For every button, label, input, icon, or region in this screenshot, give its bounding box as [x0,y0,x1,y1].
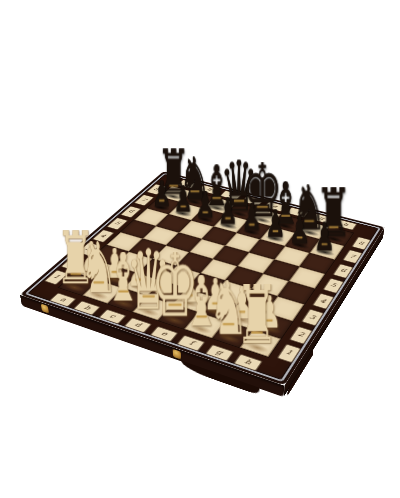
chessboard: aabbccddeeffgghh8877665544332211 ♜♞♝♛♚♝♞… [20,171,385,385]
white-rook-glyph: ♜ [235,284,278,347]
product-photo: aabbccddeeffgghh8877665544332211 ♜♞♝♛♚♝♞… [0,0,400,498]
black-pawn-glyph: ♟ [289,215,310,245]
black-pawn-glyph: ♟ [173,185,193,214]
black-pawn-glyph: ♟ [265,209,286,239]
black-pawn-glyph: ♟ [314,222,335,253]
black-pawn-glyph: ♟ [218,197,238,226]
black-pawn-glyph: ♟ [195,191,215,220]
brass-clasp-icon [41,304,49,314]
black-pawn-glyph: ♟ [241,203,262,233]
photo-scene: aabbccddeeffgghh8877665544332211 ♜♞♝♛♚♝♞… [0,0,400,498]
brass-clasp-icon [172,349,180,360]
